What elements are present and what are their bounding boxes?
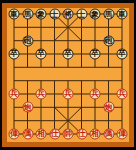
red-horse-piece[interactable]: 傌 bbox=[22, 128, 33, 139]
red-soldier-piece[interactable]: 兵 bbox=[117, 88, 128, 99]
red-soldier-piece[interactable]: 兵 bbox=[90, 88, 101, 99]
red-horse-piece[interactable]: 傌 bbox=[103, 128, 114, 139]
red-elephant-piece[interactable]: 相 bbox=[90, 128, 101, 139]
black-soldier-piece[interactable]: 卒 bbox=[36, 48, 47, 59]
red-chariot-piece[interactable]: 俥 bbox=[117, 128, 128, 139]
black-soldier-piece[interactable]: 卒 bbox=[63, 48, 74, 59]
black-advisor-piece[interactable]: 士 bbox=[49, 9, 60, 20]
black-horse-piece[interactable]: 馬 bbox=[103, 9, 114, 20]
black-soldier-piece[interactable]: 卒 bbox=[9, 48, 20, 59]
xiangqi-screenshot: 車馬象士將士象馬車砲砲卒卒卒卒卒兵兵兵兵兵炮炮俥傌相仕帥仕相傌俥 bbox=[0, 0, 136, 150]
black-general-piece[interactable]: 將 bbox=[63, 9, 74, 20]
black-soldier-piece[interactable]: 卒 bbox=[117, 48, 128, 59]
red-cannon-piece[interactable]: 炮 bbox=[22, 102, 33, 113]
red-soldier-piece[interactable]: 兵 bbox=[63, 88, 74, 99]
black-cannon-piece[interactable]: 砲 bbox=[22, 35, 33, 46]
black-cannon-piece[interactable]: 砲 bbox=[103, 35, 114, 46]
red-general-piece[interactable]: 帥 bbox=[63, 128, 74, 139]
pieces-layer: 車馬象士將士象馬車砲砲卒卒卒卒卒兵兵兵兵兵炮炮俥傌相仕帥仕相傌俥 bbox=[0, 0, 136, 150]
black-horse-piece[interactable]: 馬 bbox=[22, 9, 33, 20]
black-advisor-piece[interactable]: 士 bbox=[76, 9, 87, 20]
red-advisor-piece[interactable]: 仕 bbox=[76, 128, 87, 139]
black-chariot-piece[interactable]: 車 bbox=[9, 9, 20, 20]
red-cannon-piece[interactable]: 炮 bbox=[103, 102, 114, 113]
red-chariot-piece[interactable]: 俥 bbox=[9, 128, 20, 139]
black-elephant-piece[interactable]: 象 bbox=[90, 9, 101, 20]
red-soldier-piece[interactable]: 兵 bbox=[9, 88, 20, 99]
red-elephant-piece[interactable]: 相 bbox=[36, 128, 47, 139]
red-advisor-piece[interactable]: 仕 bbox=[49, 128, 60, 139]
black-elephant-piece[interactable]: 象 bbox=[36, 9, 47, 20]
black-soldier-piece[interactable]: 卒 bbox=[90, 48, 101, 59]
red-soldier-piece[interactable]: 兵 bbox=[36, 88, 47, 99]
black-chariot-piece[interactable]: 車 bbox=[117, 9, 128, 20]
